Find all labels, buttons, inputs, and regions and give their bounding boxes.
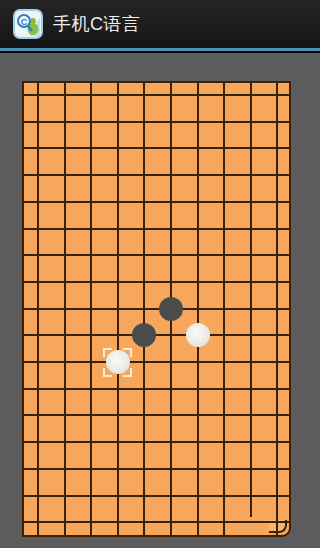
svg-text:C: C: [21, 17, 28, 27]
grid-line-horizontal: [24, 388, 289, 390]
page-title: 手机C语言: [53, 12, 141, 36]
black-stone: [132, 323, 156, 347]
grid-line-horizontal: [24, 121, 289, 123]
grid-line-horizontal: [24, 201, 289, 203]
grid-line-horizontal: [24, 495, 289, 497]
grid-line-horizontal: [24, 308, 289, 310]
grid-line-horizontal: [24, 521, 289, 523]
content-area: [0, 53, 320, 548]
grid-line-horizontal: [24, 414, 289, 416]
grid-line-horizontal: [24, 468, 289, 470]
board[interactable]: [22, 81, 291, 537]
app-screen: C 手机C语言: [0, 0, 320, 548]
grid-line-horizontal: [24, 228, 289, 230]
grid-line-horizontal: [24, 94, 289, 96]
grid-line-horizontal: [24, 254, 289, 256]
white-stone: [106, 350, 130, 374]
grid-line-horizontal: [24, 147, 289, 149]
grid-line-horizontal: [24, 174, 289, 176]
title-bar: C 手机C语言: [0, 0, 320, 48]
grid-line-horizontal: [24, 281, 289, 283]
grid-line-horizontal: [24, 334, 289, 336]
grid-line-horizontal: [24, 441, 289, 443]
grid-line-horizontal: [24, 361, 289, 363]
app-icon: C: [13, 9, 43, 39]
black-stone: [159, 297, 183, 321]
white-stone: [186, 323, 210, 347]
